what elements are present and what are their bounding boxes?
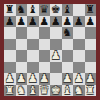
square-b7[interactable]: ♟ [16,16,28,28]
square-d3[interactable] [39,62,51,74]
black-bishop[interactable]: ♝ [28,4,38,15]
square-b2[interactable]: ♟ [16,73,28,85]
square-e3[interactable] [50,62,62,74]
white-pawn[interactable]: ♟ [16,73,26,84]
square-f7[interactable]: ♟ [62,16,74,28]
square-h8[interactable]: ♜ [85,4,97,16]
square-e8[interactable]: ♚ [50,4,62,16]
white-bishop[interactable]: ♝ [28,85,38,96]
black-pawn[interactable]: ♟ [5,16,15,27]
square-e7[interactable]: ♟ [50,16,62,28]
white-pawn[interactable]: ♟ [39,73,49,84]
black-knight[interactable]: ♞ [16,4,26,15]
square-h1[interactable]: ♜ [85,85,97,97]
black-pawn[interactable]: ♟ [28,16,38,27]
square-d7[interactable]: ♟ [39,16,51,28]
chess-board: ♜♞♝♛♚♝♜♟♟♟♟♟♟♟♟♞♟♟♟♟♟♟♟♟♜♞♝♛♚♝♞♜ [4,4,96,96]
black-pawn[interactable]: ♟ [85,16,95,27]
square-d2[interactable]: ♟ [39,73,51,85]
white-pawn[interactable]: ♟ [74,73,84,84]
square-c1[interactable]: ♝ [27,85,39,97]
white-pawn[interactable]: ♟ [51,50,61,61]
square-f1[interactable]: ♝ [62,85,74,97]
square-h5[interactable] [85,39,97,51]
white-king[interactable]: ♚ [51,85,61,96]
white-queen[interactable]: ♛ [39,85,49,96]
square-b1[interactable]: ♞ [16,85,28,97]
square-g3[interactable] [73,62,85,74]
white-bishop[interactable]: ♝ [62,85,72,96]
square-b8[interactable]: ♞ [16,4,28,16]
square-g7[interactable]: ♟ [73,16,85,28]
square-c5[interactable] [27,39,39,51]
white-pawn[interactable]: ♟ [85,73,95,84]
black-pawn[interactable]: ♟ [39,16,49,27]
square-c7[interactable]: ♟ [27,16,39,28]
square-a6[interactable] [4,27,16,39]
square-c2[interactable]: ♟ [27,73,39,85]
square-d8[interactable]: ♛ [39,4,51,16]
square-h3[interactable] [85,62,97,74]
square-a4[interactable] [4,50,16,62]
white-pawn[interactable]: ♟ [28,73,38,84]
square-g2[interactable]: ♟ [73,73,85,85]
square-b3[interactable] [16,62,28,74]
black-queen[interactable]: ♛ [39,4,49,15]
white-rook[interactable]: ♜ [85,85,95,96]
black-bishop[interactable]: ♝ [62,4,72,15]
square-e2[interactable] [50,73,62,85]
square-e5[interactable] [50,39,62,51]
square-d1[interactable]: ♛ [39,85,51,97]
square-h4[interactable] [85,50,97,62]
square-e6[interactable] [50,27,62,39]
square-g1[interactable]: ♞ [73,85,85,97]
square-g6[interactable] [73,27,85,39]
square-f2[interactable]: ♟ [62,73,74,85]
white-knight[interactable]: ♞ [16,85,26,96]
square-c8[interactable]: ♝ [27,4,39,16]
square-b6[interactable] [16,27,28,39]
square-h6[interactable] [85,27,97,39]
square-e1[interactable]: ♚ [50,85,62,97]
black-rook[interactable]: ♜ [85,4,95,15]
square-b4[interactable] [16,50,28,62]
square-g5[interactable] [73,39,85,51]
square-f6[interactable]: ♞ [62,27,74,39]
square-c6[interactable] [27,27,39,39]
square-a2[interactable]: ♟ [4,73,16,85]
square-h2[interactable]: ♟ [85,73,97,85]
square-a5[interactable] [4,39,16,51]
square-h7[interactable]: ♟ [85,16,97,28]
square-b5[interactable] [16,39,28,51]
square-f3[interactable] [62,62,74,74]
square-a8[interactable]: ♜ [4,4,16,16]
white-pawn[interactable]: ♟ [5,73,15,84]
square-e4[interactable]: ♟ [50,50,62,62]
square-f5[interactable] [62,39,74,51]
square-a7[interactable]: ♟ [4,16,16,28]
square-a1[interactable]: ♜ [4,85,16,97]
black-king[interactable]: ♚ [51,4,61,15]
black-pawn[interactable]: ♟ [16,16,26,27]
square-f4[interactable] [62,50,74,62]
square-d5[interactable] [39,39,51,51]
white-rook[interactable]: ♜ [5,85,15,96]
white-pawn[interactable]: ♟ [62,73,72,84]
square-d6[interactable] [39,27,51,39]
square-d4[interactable] [39,50,51,62]
square-a3[interactable] [4,62,16,74]
square-c3[interactable] [27,62,39,74]
white-knight[interactable]: ♞ [74,85,84,96]
black-pawn[interactable]: ♟ [74,16,84,27]
square-g8[interactable] [73,4,85,16]
black-pawn[interactable]: ♟ [62,16,72,27]
black-pawn[interactable]: ♟ [51,16,61,27]
square-f8[interactable]: ♝ [62,4,74,16]
black-knight[interactable]: ♞ [62,27,72,38]
square-g4[interactable] [73,50,85,62]
square-c4[interactable] [27,50,39,62]
black-rook[interactable]: ♜ [5,4,15,15]
